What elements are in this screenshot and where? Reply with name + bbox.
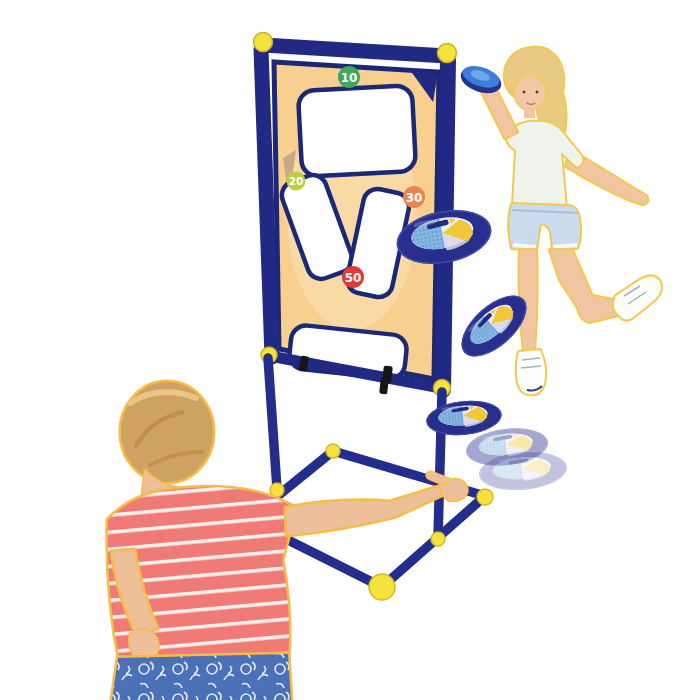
- score-badge-10-label: 10: [341, 71, 358, 85]
- corner-connector-top-left: [254, 33, 273, 52]
- corner-connector-top-right: [438, 44, 457, 63]
- frame-top-bar: [263, 45, 447, 56]
- frame-left-bar: [261, 49, 272, 357]
- girl-neck: [524, 108, 535, 118]
- score-badge-20-label: 20: [289, 175, 304, 187]
- base-right-tee-connector: [431, 532, 445, 546]
- scene-canvas: 10 20 30 50: [0, 0, 700, 700]
- girl-player: [479, 48, 661, 395]
- base-back-connector: [326, 444, 340, 458]
- target-board: 10 20 30 50: [254, 33, 457, 397]
- boy-player: [108, 382, 468, 700]
- base-front-ball-connector: [369, 574, 395, 600]
- base-right-connector: [477, 489, 493, 505]
- hole-top: [298, 85, 416, 177]
- score-badge-50-label: 50: [345, 271, 362, 285]
- support-strap: [379, 378, 389, 395]
- stand-left-leg: [268, 358, 277, 489]
- boy-right-arm: [286, 485, 452, 536]
- score-badge-30-label: 30: [406, 191, 423, 205]
- boy-shorts: [112, 654, 291, 700]
- product-scene: 10 20 30 50: [0, 0, 700, 700]
